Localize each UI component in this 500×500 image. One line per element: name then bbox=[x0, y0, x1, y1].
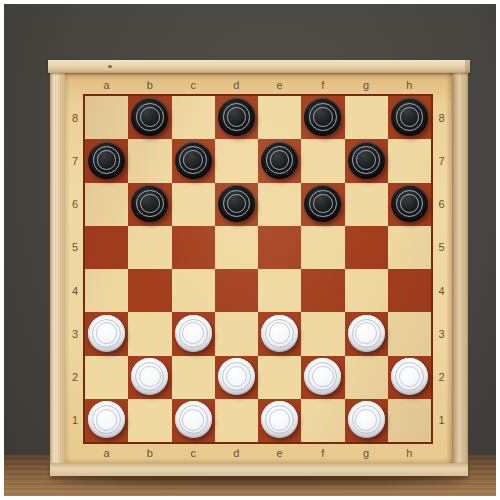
square-a8[interactable] bbox=[85, 96, 128, 139]
checker-ring-inner bbox=[313, 107, 333, 127]
white-checker-h2[interactable] bbox=[391, 358, 428, 395]
checker-ring-inner bbox=[355, 409, 377, 431]
square-f3[interactable] bbox=[301, 312, 344, 355]
square-a7[interactable] bbox=[85, 139, 128, 182]
square-d8[interactable] bbox=[215, 96, 258, 139]
rank-label-5-left: 5 bbox=[65, 226, 85, 269]
rank-label-4-left: 4 bbox=[65, 269, 85, 312]
checker-ring-inner bbox=[355, 322, 377, 344]
checker-ring-inner bbox=[182, 322, 204, 344]
checker-ring-inner bbox=[183, 150, 203, 170]
black-checker-g7[interactable] bbox=[348, 142, 385, 179]
frame-rail-top bbox=[48, 60, 470, 73]
square-f8[interactable] bbox=[301, 96, 344, 139]
square-a3[interactable] bbox=[85, 312, 128, 355]
square-b3[interactable] bbox=[128, 312, 171, 355]
square-c4[interactable] bbox=[172, 269, 215, 312]
square-g7[interactable] bbox=[345, 139, 388, 182]
rank-label-3-right: 3 bbox=[431, 312, 452, 355]
square-c2[interactable] bbox=[172, 356, 215, 399]
square-d3[interactable] bbox=[215, 312, 258, 355]
rank-label-7-left: 7 bbox=[65, 139, 85, 182]
square-g1[interactable] bbox=[345, 399, 388, 442]
square-e1[interactable] bbox=[258, 399, 301, 442]
square-g6[interactable] bbox=[345, 183, 388, 226]
white-checker-f2[interactable] bbox=[304, 358, 341, 395]
square-h2[interactable] bbox=[388, 356, 431, 399]
white-checker-e3[interactable] bbox=[261, 315, 298, 352]
square-d2[interactable] bbox=[215, 356, 258, 399]
rank-label-3-left: 3 bbox=[65, 312, 85, 355]
square-g3[interactable] bbox=[345, 312, 388, 355]
square-e6[interactable] bbox=[258, 183, 301, 226]
file-label-d-bottom: d bbox=[215, 444, 258, 461]
square-d1[interactable] bbox=[215, 399, 258, 442]
square-f4[interactable] bbox=[301, 269, 344, 312]
file-label-g-bottom: g bbox=[345, 444, 388, 461]
square-a2[interactable] bbox=[85, 356, 128, 399]
file-label-d-top: d bbox=[215, 76, 258, 94]
black-checker-h8[interactable] bbox=[391, 98, 428, 135]
square-a6[interactable] bbox=[85, 183, 128, 226]
square-a5[interactable] bbox=[85, 226, 128, 269]
file-label-g-top: g bbox=[345, 76, 388, 94]
demo-checkers-board: abcdefgh abcdefgh 87654321 87654321 bbox=[48, 60, 470, 476]
checker-ring-inner bbox=[140, 194, 160, 214]
checker-ring-inner bbox=[96, 409, 118, 431]
file-label-a-top: a bbox=[85, 76, 128, 94]
black-checker-f8[interactable] bbox=[304, 98, 341, 135]
square-h5[interactable] bbox=[388, 226, 431, 269]
file-label-b-top: b bbox=[128, 76, 171, 94]
square-b2[interactable] bbox=[128, 356, 171, 399]
checker-ring-inner bbox=[269, 409, 291, 431]
square-b4[interactable] bbox=[128, 269, 171, 312]
rank-label-1-left: 1 bbox=[65, 399, 85, 442]
square-e7[interactable] bbox=[258, 139, 301, 182]
square-h4[interactable] bbox=[388, 269, 431, 312]
square-b8[interactable] bbox=[128, 96, 171, 139]
black-checker-h6[interactable] bbox=[391, 185, 428, 222]
checker-ring-inner bbox=[312, 366, 334, 388]
square-e5[interactable] bbox=[258, 226, 301, 269]
square-e2[interactable] bbox=[258, 356, 301, 399]
checker-ring-inner bbox=[140, 107, 160, 127]
square-b7[interactable] bbox=[128, 139, 171, 182]
checker-ring-inner bbox=[227, 107, 247, 127]
file-label-e-bottom: e bbox=[258, 444, 301, 461]
frame-rail-right bbox=[452, 72, 468, 476]
rank-label-5-right: 5 bbox=[431, 226, 452, 269]
checkers-field bbox=[85, 96, 431, 442]
square-c1[interactable] bbox=[172, 399, 215, 442]
square-d6[interactable] bbox=[215, 183, 258, 226]
white-checker-b2[interactable] bbox=[131, 358, 168, 395]
square-a1[interactable] bbox=[85, 399, 128, 442]
file-label-a-bottom: a bbox=[85, 444, 128, 461]
square-d5[interactable] bbox=[215, 226, 258, 269]
rank-label-6-right: 6 bbox=[431, 183, 452, 226]
file-labels-top: abcdefgh bbox=[85, 76, 431, 94]
white-checker-e1[interactable] bbox=[261, 401, 298, 438]
square-c5[interactable] bbox=[172, 226, 215, 269]
square-b1[interactable] bbox=[128, 399, 171, 442]
black-checker-b6[interactable] bbox=[131, 185, 168, 222]
product-photo: abcdefgh abcdefgh 87654321 87654321 bbox=[0, 0, 500, 500]
file-label-e-top: e bbox=[258, 76, 301, 94]
white-checker-c3[interactable] bbox=[175, 315, 212, 352]
square-b5[interactable] bbox=[128, 226, 171, 269]
square-g2[interactable] bbox=[345, 356, 388, 399]
checker-ring-inner bbox=[356, 150, 376, 170]
rank-label-7-right: 7 bbox=[431, 139, 452, 182]
square-c6[interactable] bbox=[172, 183, 215, 226]
file-label-c-top: c bbox=[172, 76, 215, 94]
square-h3[interactable] bbox=[388, 312, 431, 355]
board-grid bbox=[85, 96, 431, 442]
black-checker-e7[interactable] bbox=[261, 142, 298, 179]
checker-ring-inner bbox=[182, 409, 204, 431]
white-checker-c1[interactable] bbox=[175, 401, 212, 438]
square-d7[interactable] bbox=[215, 139, 258, 182]
square-f6[interactable] bbox=[301, 183, 344, 226]
rank-label-1-right: 1 bbox=[431, 399, 452, 442]
file-label-f-bottom: f bbox=[301, 444, 344, 461]
square-c7[interactable] bbox=[172, 139, 215, 182]
square-f7[interactable] bbox=[301, 139, 344, 182]
square-e3[interactable] bbox=[258, 312, 301, 355]
black-checker-d8[interactable] bbox=[218, 98, 255, 135]
checker-ring-inner bbox=[139, 366, 161, 388]
rank-label-6-left: 6 bbox=[65, 183, 85, 226]
square-g8[interactable] bbox=[345, 96, 388, 139]
square-a4[interactable] bbox=[85, 269, 128, 312]
square-g4[interactable] bbox=[345, 269, 388, 312]
square-d4[interactable] bbox=[215, 269, 258, 312]
black-checker-d6[interactable] bbox=[218, 185, 255, 222]
checker-ring-inner bbox=[400, 107, 420, 127]
square-f2[interactable] bbox=[301, 356, 344, 399]
white-checker-a1[interactable] bbox=[88, 401, 125, 438]
rank-label-2-right: 2 bbox=[431, 356, 452, 399]
white-checker-a3[interactable] bbox=[88, 315, 125, 352]
file-labels-bottom: abcdefgh bbox=[85, 444, 431, 461]
file-label-h-bottom: h bbox=[388, 444, 431, 461]
file-label-c-bottom: c bbox=[172, 444, 215, 461]
rank-labels-left: 87654321 bbox=[65, 96, 85, 442]
white-checker-d2[interactable] bbox=[218, 358, 255, 395]
wood-knot bbox=[108, 65, 112, 68]
square-c3[interactable] bbox=[172, 312, 215, 355]
file-label-f-top: f bbox=[301, 76, 344, 94]
frame-rail-bottom bbox=[50, 463, 468, 476]
square-f5[interactable] bbox=[301, 226, 344, 269]
white-checker-g3[interactable] bbox=[348, 315, 385, 352]
file-label-h-top: h bbox=[388, 76, 431, 94]
square-h6[interactable] bbox=[388, 183, 431, 226]
rank-label-2-left: 2 bbox=[65, 356, 85, 399]
file-label-b-bottom: b bbox=[128, 444, 171, 461]
checker-ring-inner bbox=[313, 194, 333, 214]
square-g5[interactable] bbox=[345, 226, 388, 269]
square-e4[interactable] bbox=[258, 269, 301, 312]
black-checker-c7[interactable] bbox=[175, 142, 212, 179]
rank-label-8-right: 8 bbox=[431, 96, 452, 139]
square-h7[interactable] bbox=[388, 139, 431, 182]
white-checker-g1[interactable] bbox=[348, 401, 385, 438]
square-c8[interactable] bbox=[172, 96, 215, 139]
black-checker-b8[interactable] bbox=[131, 98, 168, 135]
rank-labels-right: 87654321 bbox=[431, 96, 452, 442]
black-checker-a7[interactable] bbox=[88, 142, 125, 179]
rank-label-8-left: 8 bbox=[65, 96, 85, 139]
frame-rail-left bbox=[50, 72, 65, 476]
square-e8[interactable] bbox=[258, 96, 301, 139]
square-h1[interactable] bbox=[388, 399, 431, 442]
black-checker-f6[interactable] bbox=[304, 185, 341, 222]
board-sheet: abcdefgh abcdefgh 87654321 87654321 bbox=[65, 73, 452, 463]
square-f1[interactable] bbox=[301, 399, 344, 442]
square-h8[interactable] bbox=[388, 96, 431, 139]
square-b6[interactable] bbox=[128, 183, 171, 226]
rank-label-4-right: 4 bbox=[431, 269, 452, 312]
